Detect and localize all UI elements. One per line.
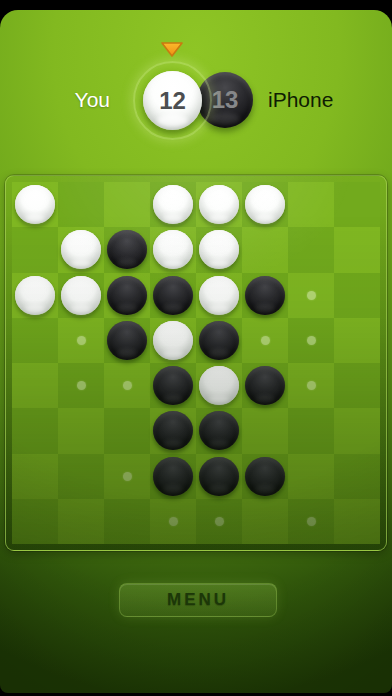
legal-move-dot-e8 (215, 517, 224, 526)
cell-f1 (242, 182, 288, 227)
cell-b3 (58, 273, 104, 318)
cell-f4[interactable] (242, 318, 288, 363)
cell-c8 (104, 499, 150, 544)
cell-h5 (334, 363, 380, 408)
cell-h4 (334, 318, 380, 363)
cell-a3 (12, 273, 58, 318)
cell-h6 (334, 408, 380, 453)
cell-d7 (150, 454, 196, 499)
cell-a2 (12, 227, 58, 272)
cell-h2 (334, 227, 380, 272)
black-disc-e7 (199, 457, 239, 496)
cell-d4 (150, 318, 196, 363)
cell-h1 (334, 182, 380, 227)
cell-d5 (150, 363, 196, 408)
cell-g2 (288, 227, 334, 272)
cell-g8[interactable] (288, 499, 334, 544)
white-disc-a3 (15, 276, 55, 315)
cell-b1 (58, 182, 104, 227)
white-disc-b3 (61, 276, 101, 315)
cell-c5[interactable] (104, 363, 150, 408)
cell-c1 (104, 182, 150, 227)
cell-f3 (242, 273, 288, 318)
cell-b8 (58, 499, 104, 544)
opponent-label: iPhone (268, 88, 333, 112)
cell-b5[interactable] (58, 363, 104, 408)
white-disc-d2 (153, 230, 193, 269)
cell-c2 (104, 227, 150, 272)
white-score-disc: 12 (143, 71, 202, 130)
cell-b7 (58, 454, 104, 499)
cell-e2 (196, 227, 242, 272)
white-disc-e5 (199, 366, 239, 405)
legal-move-dot-c5 (123, 381, 132, 390)
cell-h7 (334, 454, 380, 499)
legal-move-dot-f4 (261, 336, 270, 345)
legal-move-dot-g3 (307, 291, 316, 300)
cell-c7[interactable] (104, 454, 150, 499)
white-disc-d4 (153, 321, 193, 360)
legal-move-dot-g5 (307, 381, 316, 390)
turn-indicator-icon (160, 41, 184, 62)
cell-e3 (196, 273, 242, 318)
white-disc-f1 (245, 185, 285, 224)
legal-move-dot-c7 (123, 472, 132, 481)
cell-f2 (242, 227, 288, 272)
black-disc-c2 (107, 230, 147, 269)
black-disc-d6 (153, 411, 193, 450)
black-disc-d7 (153, 457, 193, 496)
white-disc-e3 (199, 276, 239, 315)
cell-f7 (242, 454, 288, 499)
legal-move-dot-g8 (307, 517, 316, 526)
black-disc-f7 (245, 457, 285, 496)
cell-b6 (58, 408, 104, 453)
white-disc-a1 (15, 185, 55, 224)
cell-h3 (334, 273, 380, 318)
cell-g5[interactable] (288, 363, 334, 408)
reversi-board (5, 175, 387, 551)
cell-a7 (12, 454, 58, 499)
cell-h8 (334, 499, 380, 544)
black-disc-f5 (245, 366, 285, 405)
cell-f6 (242, 408, 288, 453)
black-disc-c4 (107, 321, 147, 360)
cell-e8[interactable] (196, 499, 242, 544)
black-disc-e6 (199, 411, 239, 450)
cell-d1 (150, 182, 196, 227)
cell-a8 (12, 499, 58, 544)
cell-a4 (12, 318, 58, 363)
legal-move-dot-b5 (77, 381, 86, 390)
white-disc-b2 (61, 230, 101, 269)
cell-g1 (288, 182, 334, 227)
cell-d2 (150, 227, 196, 272)
black-disc-d3 (153, 276, 193, 315)
menu-button[interactable]: MENU (119, 583, 277, 617)
cell-b4[interactable] (58, 318, 104, 363)
cell-g3[interactable] (288, 273, 334, 318)
black-disc-e4 (199, 321, 239, 360)
cell-c3 (104, 273, 150, 318)
white-disc-d1 (153, 185, 193, 224)
cell-c4 (104, 318, 150, 363)
cell-e5 (196, 363, 242, 408)
cell-d6 (150, 408, 196, 453)
cell-a1 (12, 182, 58, 227)
app-background: You 12 13 iPhone MENU (0, 10, 392, 693)
cell-e6 (196, 408, 242, 453)
white-score: 12 (159, 87, 186, 115)
board-grid (12, 182, 380, 544)
black-disc-c3 (107, 276, 147, 315)
black-score: 13 (212, 86, 239, 114)
legal-move-dot-b4 (77, 336, 86, 345)
legal-move-dot-d8 (169, 517, 178, 526)
black-disc-f3 (245, 276, 285, 315)
cell-e4 (196, 318, 242, 363)
cell-a5 (12, 363, 58, 408)
cell-a6 (12, 408, 58, 453)
black-disc-d5 (153, 366, 193, 405)
cell-e1 (196, 182, 242, 227)
cell-b2 (58, 227, 104, 272)
cell-f8 (242, 499, 288, 544)
cell-f5 (242, 363, 288, 408)
cell-g6 (288, 408, 334, 453)
cell-e7 (196, 454, 242, 499)
white-disc-e2 (199, 230, 239, 269)
cell-d3 (150, 273, 196, 318)
player-label: You (30, 88, 110, 112)
legal-move-dot-g4 (307, 336, 316, 345)
cell-c6 (104, 408, 150, 453)
cell-d8[interactable] (150, 499, 196, 544)
cell-g7 (288, 454, 334, 499)
white-disc-e1 (199, 185, 239, 224)
cell-g4[interactable] (288, 318, 334, 363)
